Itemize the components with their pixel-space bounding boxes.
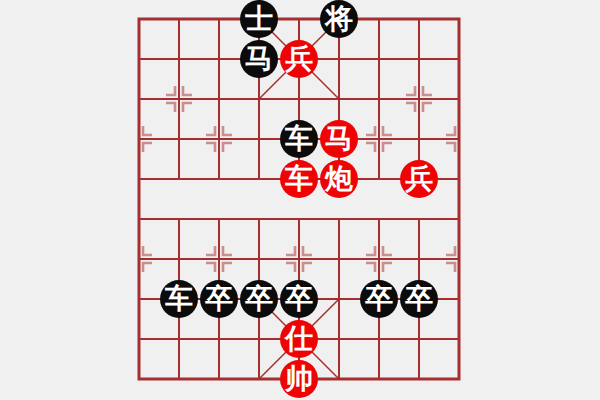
black-horse[interactable]: 马 [240, 40, 278, 78]
black-soldier[interactable]: 卒 [240, 280, 278, 318]
red-soldier[interactable]: 兵 [280, 40, 318, 78]
black-chariot[interactable]: 车 [160, 280, 198, 318]
xiangqi-board: 士将马兵车马车炮兵车卒卒卒卒卒仕帅 [119, 0, 479, 399]
black-soldier[interactable]: 卒 [400, 280, 438, 318]
board-grid[interactable]: 士将马兵车马车炮兵车卒卒卒卒卒仕帅 [119, 0, 479, 399]
red-soldier[interactable]: 兵 [400, 160, 438, 198]
red-horse[interactable]: 马 [320, 120, 358, 158]
red-general[interactable]: 帅 [280, 360, 318, 398]
black-advisor[interactable]: 士 [240, 0, 278, 38]
red-chariot[interactable]: 车 [280, 160, 318, 198]
black-chariot[interactable]: 车 [280, 120, 318, 158]
red-advisor[interactable]: 仕 [280, 320, 318, 358]
black-general[interactable]: 将 [320, 0, 358, 38]
black-soldier[interactable]: 卒 [360, 280, 398, 318]
black-soldier[interactable]: 卒 [280, 280, 318, 318]
red-cannon[interactable]: 炮 [320, 160, 358, 198]
black-soldier[interactable]: 卒 [200, 280, 238, 318]
